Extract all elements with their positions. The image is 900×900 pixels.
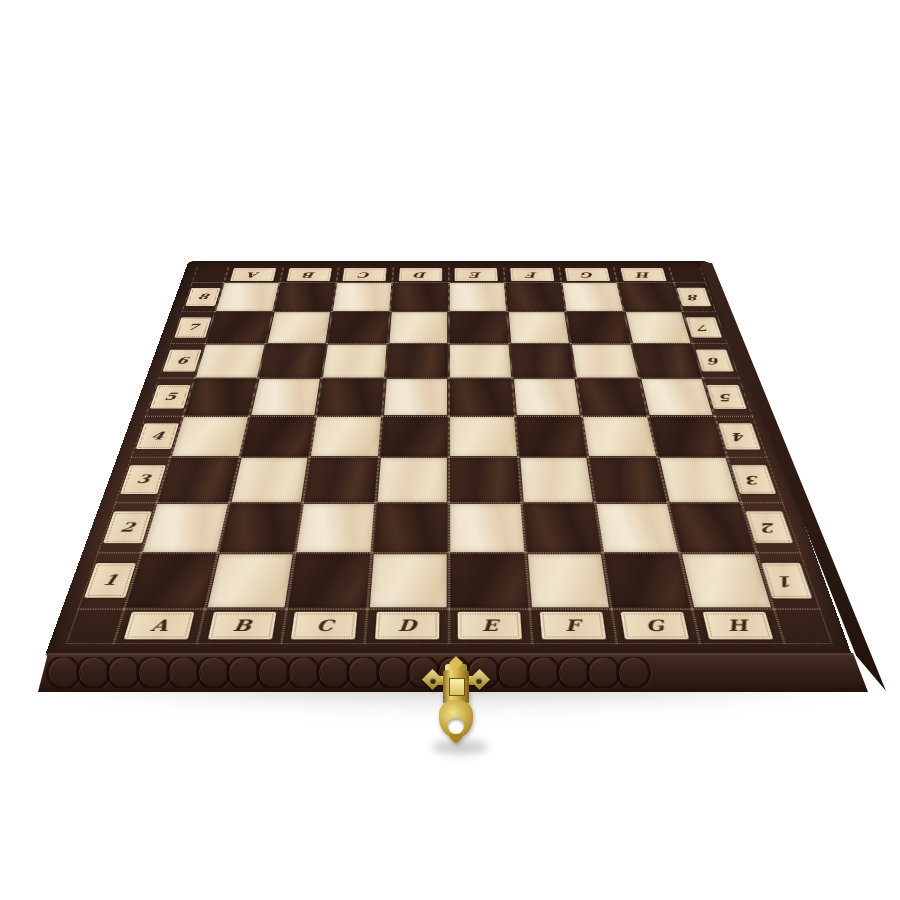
square-c4 [311,417,380,456]
coordinate-plaque: A [231,268,277,281]
square-c2 [297,504,374,552]
square-f1 [527,554,609,607]
board-grid: ABCDEFGH8877665544332211ABCDEFGH [69,268,828,642]
coordinate-plaque: F [510,268,554,281]
square-g1 [604,554,690,607]
coordinate-plaque: 6 [696,350,734,372]
square-d6 [386,344,447,377]
file-label-top-a: A [225,268,282,282]
coordinate-plaque: G [565,268,610,281]
coordinate-plaque: 2 [746,512,794,544]
square-b3 [231,458,307,501]
carved-ring-icon [616,657,651,688]
coordinate-plaque: B [208,612,276,640]
file-label-bottom-c: C [283,610,365,641]
coordinate-plaque: F [540,612,606,640]
square-e5 [450,379,513,415]
file-label-bottom-h: H [694,610,781,641]
square-a7 [206,312,271,342]
square-f5 [514,379,580,415]
square-g4 [583,417,656,456]
square-d4 [381,417,447,456]
square-e7 [450,312,508,342]
file-label-top-e: E [450,268,504,282]
square-e4 [450,417,516,456]
border-corner [670,268,703,282]
coordinate-plaque: 3 [731,465,776,494]
square-g3 [589,458,665,501]
file-label-bottom-a: A [116,610,203,641]
coordinate-plaque: D [375,612,439,640]
square-h4 [650,417,726,456]
file-label-bottom-d: D [367,610,447,641]
square-c1 [288,554,370,607]
square-f7 [508,312,568,342]
square-b2 [220,504,301,552]
square-f8 [506,283,564,311]
coordinate-plaque: B [287,268,332,281]
square-b1 [207,554,293,607]
coordinate-plaque: 5 [150,385,190,409]
square-c7 [328,312,388,342]
square-d5 [384,379,447,415]
coordinate-plaque: 7 [686,317,722,337]
square-b8 [275,283,335,311]
brass-clasp [425,662,487,748]
rank-label-right-7: 7 [684,312,724,342]
square-h7 [625,312,690,342]
coordinate-plaque: H [620,268,666,281]
coordinate-plaque: 5 [707,385,747,409]
coordinate-plaque: G [621,612,689,640]
clasp-ring-hole [448,718,464,734]
square-c5 [317,379,383,415]
square-b6 [259,344,325,377]
square-e6 [450,344,511,377]
square-h8 [619,283,681,311]
product-photo-background: { "game": "chess", "scene": { "descripti… [0,0,900,900]
file-label-bottom-f: F [532,610,614,641]
file-label-top-b: B [281,268,337,282]
square-f3 [520,458,593,501]
square-h6 [633,344,701,377]
square-d7 [389,312,447,342]
square-a2 [143,504,227,552]
square-f4 [517,417,586,456]
coordinate-plaque: 1 [85,563,136,598]
square-d3 [377,458,447,501]
chessboard-scene: ABCDEFGH8877665544332211ABCDEFGH [132,100,765,733]
square-g2 [596,504,677,552]
square-a8 [216,283,278,311]
square-c8 [333,283,391,311]
coordinate-plaque: 4 [136,423,179,449]
square-h1 [681,554,771,607]
coordinate-plaque: E [458,612,522,640]
square-h5 [641,379,713,415]
square-a4 [172,417,248,456]
coordinate-plaque: A [124,612,195,640]
file-label-top-g: G [560,268,616,282]
square-b4 [241,417,314,456]
coordinate-plaque: C [343,268,387,281]
coordinate-plaque: C [291,612,357,640]
file-label-top-d: D [394,268,448,282]
rank-label-right-8: 8 [675,283,714,311]
coordinate-plaque: 7 [175,317,211,337]
coordinate-plaque: H [702,612,773,640]
square-e2 [450,504,523,552]
coordinate-plaque: 4 [718,423,761,449]
square-g5 [577,379,646,415]
square-a6 [196,344,264,377]
square-a1 [126,554,216,607]
coordinate-plaque: 6 [163,350,201,372]
square-e8 [450,283,506,311]
square-c3 [304,458,377,501]
square-h2 [670,504,754,552]
file-label-top-c: C [337,268,392,282]
square-f6 [511,344,574,377]
coordinate-plaque: 1 [761,563,812,598]
square-g8 [562,283,622,311]
border-corner [776,610,828,641]
square-b5 [251,379,320,415]
file-label-bottom-e: E [450,610,530,641]
clasp-right-screw-icon [476,678,482,684]
coordinate-plaque: 2 [103,512,151,544]
square-e3 [450,458,520,501]
border-corner [69,610,121,641]
coordinate-plaque: 3 [121,465,166,494]
file-label-bottom-b: B [199,610,284,641]
file-label-bottom-g: G [613,610,698,641]
square-a5 [184,379,256,415]
square-d2 [373,504,446,552]
rank-label-right-6: 6 [694,344,737,377]
clasp-hasp-window [449,678,465,696]
file-label-top-h: H [615,268,672,282]
square-g7 [567,312,630,342]
coordinate-plaque: 8 [677,288,712,307]
square-d1 [369,554,447,607]
square-d8 [391,283,447,311]
square-c6 [323,344,386,377]
square-h3 [659,458,739,501]
square-f2 [523,504,600,552]
coordinate-plaque: 8 [186,288,221,307]
file-label-top-f: F [505,268,560,282]
square-a3 [158,458,238,501]
square-g6 [572,344,638,377]
square-e1 [450,554,528,607]
border-corner [194,268,227,282]
square-b7 [267,312,330,342]
coordinate-plaque: D [399,268,442,281]
coordinate-plaque: E [455,268,498,281]
clasp-left-screw-icon [430,678,436,684]
